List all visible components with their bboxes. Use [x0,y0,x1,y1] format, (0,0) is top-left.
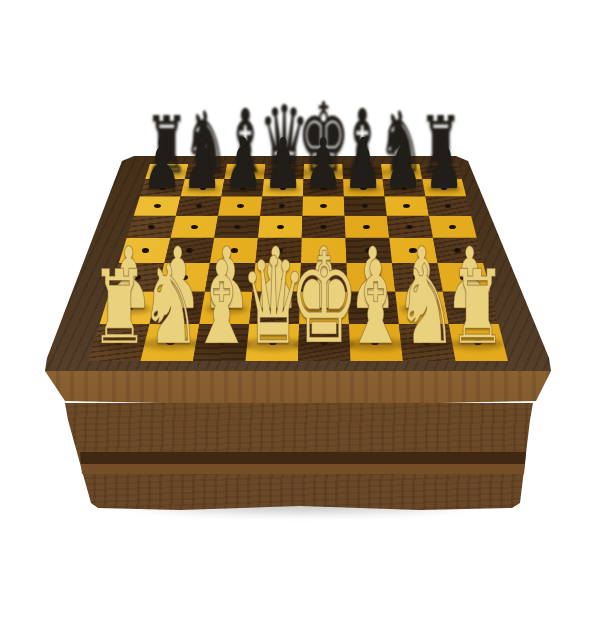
piece-white-rook[interactable]: ♜ [420,257,535,359]
pieces-layer: ♜♞♝♛♚♝♞♜♟♟♟♟♟♟♟♟♟♟♟♟♟♟♟♟♜♞♝♛♚♝♞♜ [0,0,596,640]
piece-black-pawn[interactable]: ♟ [405,129,484,199]
white-rook-glyph: ♜ [442,257,513,359]
chess-box-photo: ♜♞♝♛♚♝♞♜♟♟♟♟♟♟♟♟♟♟♟♟♟♟♟♟♜♞♝♛♚♝♞♜ [0,0,596,640]
black-pawn-glyph: ♟ [419,129,468,199]
